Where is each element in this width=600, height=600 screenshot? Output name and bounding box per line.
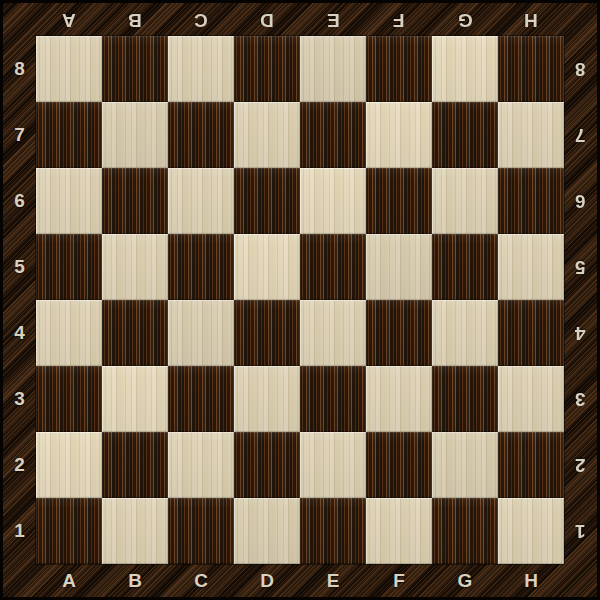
square-d2[interactable]	[234, 432, 300, 498]
square-e8[interactable]	[300, 36, 366, 102]
coordinate-label-text: F	[393, 9, 405, 31]
coordinate-label-text: D	[260, 570, 274, 592]
square-e3[interactable]	[300, 366, 366, 432]
square-e1[interactable]	[300, 498, 366, 564]
square-c2[interactable]	[168, 432, 234, 498]
square-c7[interactable]	[168, 102, 234, 168]
square-a2[interactable]	[36, 432, 102, 498]
coordinate-label: C	[168, 3, 234, 36]
square-b1[interactable]	[102, 498, 168, 564]
square-a6[interactable]	[36, 168, 102, 234]
coordinate-label-text: G	[458, 570, 473, 592]
square-g1[interactable]	[432, 498, 498, 564]
coordinate-label-text: 1	[575, 520, 586, 542]
square-b5[interactable]	[102, 234, 168, 300]
coordinate-label: G	[432, 564, 498, 597]
coordinate-label-text: 4	[14, 322, 25, 344]
coordinate-label-text: E	[327, 570, 340, 592]
square-a3[interactable]	[36, 366, 102, 432]
coordinate-label: C	[168, 564, 234, 597]
coordinate-label: 1	[3, 498, 36, 564]
coordinate-label-text: H	[524, 9, 538, 31]
coordinate-label-text: 8	[575, 58, 586, 80]
square-e5[interactable]	[300, 234, 366, 300]
square-b4[interactable]	[102, 300, 168, 366]
file-labels-bottom: ABCDEFGH	[36, 564, 564, 597]
coordinate-label: H	[498, 564, 564, 597]
square-c1[interactable]	[168, 498, 234, 564]
coordinate-label: 5	[3, 234, 36, 300]
coordinate-label: 1	[564, 498, 597, 564]
coordinate-label: 4	[3, 300, 36, 366]
square-h5[interactable]	[498, 234, 564, 300]
coordinate-label: 4	[564, 300, 597, 366]
coordinate-label: 2	[3, 432, 36, 498]
square-c3[interactable]	[168, 366, 234, 432]
coordinate-label-text: 3	[14, 388, 25, 410]
rank-labels-left: 87654321	[3, 36, 36, 564]
square-g3[interactable]	[432, 366, 498, 432]
square-g6[interactable]	[432, 168, 498, 234]
square-e4[interactable]	[300, 300, 366, 366]
coordinate-label: E	[300, 3, 366, 36]
coordinate-label: A	[36, 3, 102, 36]
file-labels-top: ABCDEFGH	[36, 3, 564, 36]
square-f1[interactable]	[366, 498, 432, 564]
square-h8[interactable]	[498, 36, 564, 102]
rank-labels-right: 87654321	[564, 36, 597, 564]
coordinate-label-text: 2	[575, 454, 586, 476]
square-f4[interactable]	[366, 300, 432, 366]
coordinate-label: B	[102, 3, 168, 36]
coordinate-label-text: 1	[14, 520, 25, 542]
square-f2[interactable]	[366, 432, 432, 498]
coordinate-label-text: 4	[575, 322, 586, 344]
coordinate-label-text: F	[393, 570, 405, 592]
square-g4[interactable]	[432, 300, 498, 366]
square-h2[interactable]	[498, 432, 564, 498]
square-d7[interactable]	[234, 102, 300, 168]
square-c5[interactable]	[168, 234, 234, 300]
square-a8[interactable]	[36, 36, 102, 102]
coordinate-label: D	[234, 3, 300, 36]
square-e2[interactable]	[300, 432, 366, 498]
square-d3[interactable]	[234, 366, 300, 432]
square-a4[interactable]	[36, 300, 102, 366]
square-b7[interactable]	[102, 102, 168, 168]
coordinate-label-text: A	[62, 9, 76, 31]
coordinate-label: E	[300, 564, 366, 597]
square-a1[interactable]	[36, 498, 102, 564]
square-e7[interactable]	[300, 102, 366, 168]
square-c6[interactable]	[168, 168, 234, 234]
coordinate-label-text: B	[128, 9, 142, 31]
square-d1[interactable]	[234, 498, 300, 564]
coordinate-label-text: C	[194, 570, 208, 592]
square-h4[interactable]	[498, 300, 564, 366]
square-b8[interactable]	[102, 36, 168, 102]
coordinate-label-text: 7	[14, 124, 25, 146]
square-f3[interactable]	[366, 366, 432, 432]
coordinate-label: 6	[3, 168, 36, 234]
coordinate-label-text: C	[194, 9, 208, 31]
square-f8[interactable]	[366, 36, 432, 102]
coordinate-label: 5	[564, 234, 597, 300]
coordinate-label-text: 8	[14, 58, 25, 80]
square-h6[interactable]	[498, 168, 564, 234]
coordinate-label-text: 7	[575, 124, 586, 146]
square-d6[interactable]	[234, 168, 300, 234]
square-h3[interactable]	[498, 366, 564, 432]
coordinate-label-text: D	[260, 9, 274, 31]
coordinate-label: 8	[3, 36, 36, 102]
square-c4[interactable]	[168, 300, 234, 366]
coordinate-label: 6	[564, 168, 597, 234]
coordinate-label-text: 5	[575, 256, 586, 278]
coordinate-label-text: 5	[14, 256, 25, 278]
square-g2[interactable]	[432, 432, 498, 498]
coordinate-label-text: G	[458, 9, 473, 31]
square-f5[interactable]	[366, 234, 432, 300]
coordinate-label-text: 2	[14, 454, 25, 476]
square-c8[interactable]	[168, 36, 234, 102]
coordinate-label-text: 3	[575, 388, 586, 410]
coordinate-label: 7	[564, 102, 597, 168]
coordinate-label: H	[498, 3, 564, 36]
square-h1[interactable]	[498, 498, 564, 564]
chessboard-frame: ABCDEFGH ABCDEFGH 87654321 87654321	[0, 0, 600, 600]
coordinate-label: F	[366, 3, 432, 36]
square-a7[interactable]	[36, 102, 102, 168]
square-d4[interactable]	[234, 300, 300, 366]
square-a5[interactable]	[36, 234, 102, 300]
square-g7[interactable]	[432, 102, 498, 168]
coordinate-label: D	[234, 564, 300, 597]
square-d8[interactable]	[234, 36, 300, 102]
square-d5[interactable]	[234, 234, 300, 300]
coordinate-label: F	[366, 564, 432, 597]
square-e6[interactable]	[300, 168, 366, 234]
coordinate-label: B	[102, 564, 168, 597]
square-f6[interactable]	[366, 168, 432, 234]
coordinate-label: 7	[3, 102, 36, 168]
square-b2[interactable]	[102, 432, 168, 498]
coordinate-label-text: H	[524, 570, 538, 592]
coordinate-label: 8	[564, 36, 597, 102]
coordinate-label-text: 6	[575, 190, 586, 212]
coordinate-label: G	[432, 3, 498, 36]
coordinate-label-text: B	[128, 570, 142, 592]
coordinate-label-text: A	[62, 570, 76, 592]
square-f7[interactable]	[366, 102, 432, 168]
coordinate-label: 3	[3, 366, 36, 432]
coordinate-label: A	[36, 564, 102, 597]
coordinate-label-text: 6	[14, 190, 25, 212]
coordinate-label-text: E	[327, 9, 340, 31]
chess-board	[36, 36, 564, 564]
square-h7[interactable]	[498, 102, 564, 168]
coordinate-label: 2	[564, 432, 597, 498]
square-b3[interactable]	[102, 366, 168, 432]
square-b6[interactable]	[102, 168, 168, 234]
square-g8[interactable]	[432, 36, 498, 102]
coordinate-label: 3	[564, 366, 597, 432]
square-g5[interactable]	[432, 234, 498, 300]
